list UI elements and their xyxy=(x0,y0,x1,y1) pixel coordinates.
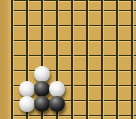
grid-line-v-6 xyxy=(86,0,87,119)
white-stone[interactable] xyxy=(19,96,35,112)
white-stone[interactable] xyxy=(19,81,35,97)
white-stone[interactable] xyxy=(34,66,50,82)
black-stone[interactable] xyxy=(49,96,65,112)
white-stone[interactable] xyxy=(49,81,65,97)
board-left-margin xyxy=(0,0,11,119)
grid-line-v-9 xyxy=(131,0,132,119)
go-board[interactable] xyxy=(0,0,136,119)
grid-line-v-8 xyxy=(116,0,117,119)
grid-line-v-1 xyxy=(11,0,12,119)
black-stone[interactable] xyxy=(34,81,50,97)
grid-line-v-5 xyxy=(71,0,72,119)
grid-line-v-7 xyxy=(101,0,102,119)
black-stone[interactable] xyxy=(34,96,50,112)
